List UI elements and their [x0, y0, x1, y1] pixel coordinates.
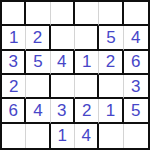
- cell-r4c6: 3: [124, 75, 148, 99]
- cell-r6c2[interactable]: [26, 124, 50, 148]
- cell-r1c4[interactable]: [75, 2, 99, 26]
- cell-r3c5: 2: [99, 51, 123, 75]
- cell-r6c6[interactable]: [124, 124, 148, 148]
- cell-r2c6: 4: [124, 26, 148, 50]
- cell-r5c1: 6: [2, 99, 26, 123]
- cell-r5c3: 3: [51, 99, 75, 123]
- cell-r2c1: 1: [2, 26, 26, 50]
- cell-r5c2: 4: [26, 99, 50, 123]
- cell-r3c2: 5: [26, 51, 50, 75]
- cell-r4c2[interactable]: [26, 75, 50, 99]
- cell-r2c5: 5: [99, 26, 123, 50]
- cell-r4c3[interactable]: [51, 75, 75, 99]
- cell-r5c4: 2: [75, 99, 99, 123]
- cell-r4c5[interactable]: [99, 75, 123, 99]
- cell-r2c4[interactable]: [75, 26, 99, 50]
- cell-r6c3: 1: [51, 124, 75, 148]
- cell-r2c3[interactable]: [51, 26, 75, 50]
- bricks-board: 12543541262364321514: [0, 0, 150, 150]
- cell-r3c3: 4: [51, 51, 75, 75]
- cell-r3c1: 3: [2, 51, 26, 75]
- cell-r4c4[interactable]: [75, 75, 99, 99]
- cell-r1c6[interactable]: [124, 2, 148, 26]
- cell-r1c3[interactable]: [51, 2, 75, 26]
- cell-r2c2: 2: [26, 26, 50, 50]
- cell-r1c1[interactable]: [2, 2, 26, 26]
- cell-r6c1[interactable]: [2, 124, 26, 148]
- cell-r6c4: 4: [75, 124, 99, 148]
- cell-r6c5[interactable]: [99, 124, 123, 148]
- cell-r1c5[interactable]: [99, 2, 123, 26]
- cell-r3c6: 6: [124, 51, 148, 75]
- cell-r4c1: 2: [2, 75, 26, 99]
- cell-r5c5: 1: [99, 99, 123, 123]
- cell-r5c6: 5: [124, 99, 148, 123]
- cell-r1c2[interactable]: [26, 2, 50, 26]
- cell-r3c4: 1: [75, 51, 99, 75]
